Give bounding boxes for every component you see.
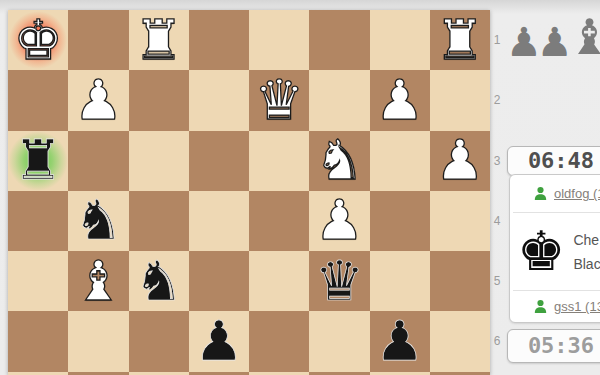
white-pawn[interactable]: ♟ xyxy=(435,133,484,188)
captured-pieces-tray: ♟♟♝♜ xyxy=(506,4,600,62)
square-e3[interactable] xyxy=(189,131,249,191)
square-g7[interactable] xyxy=(68,372,128,375)
rank-label-4: 4 xyxy=(490,214,504,228)
square-f4[interactable] xyxy=(129,191,189,251)
chess-board[interactable]: ♚♜♜♟♛♟♜♞♟♞♟♝♞♛♟♟ xyxy=(8,10,490,375)
square-g5[interactable]: ♝ xyxy=(68,251,128,311)
status-line-2: Blac xyxy=(573,252,600,276)
black-queen[interactable]: ♛ xyxy=(315,254,364,309)
clock-self-time: 05:36 xyxy=(528,333,594,358)
rank-label-2: 2 xyxy=(490,93,504,107)
white-knight[interactable]: ♞ xyxy=(315,133,364,188)
square-d3[interactable] xyxy=(249,131,309,191)
rank-label-6: 6 xyxy=(490,334,504,348)
black-knight[interactable]: ♞ xyxy=(74,193,123,248)
square-d7[interactable] xyxy=(249,372,309,375)
square-g4[interactable]: ♞ xyxy=(68,191,128,251)
player-row-self[interactable]: gss1 (13 xyxy=(510,291,600,322)
square-a1[interactable]: ♜ xyxy=(430,10,490,70)
white-pawn[interactable]: ♟ xyxy=(315,193,364,248)
square-e5[interactable] xyxy=(189,251,249,311)
square-d2[interactable]: ♛ xyxy=(249,70,309,130)
square-h5[interactable] xyxy=(8,251,68,311)
black-king-icon: ♚ xyxy=(517,225,565,279)
square-e4[interactable] xyxy=(189,191,249,251)
square-d6[interactable] xyxy=(249,311,309,371)
square-f7[interactable] xyxy=(129,372,189,375)
square-h4[interactable] xyxy=(8,191,68,251)
captured-bishop: ♝ xyxy=(568,13,600,62)
square-b7[interactable] xyxy=(370,372,430,375)
white-king[interactable]: ♚ xyxy=(13,13,62,68)
square-h3[interactable]: ♜ xyxy=(8,131,68,191)
square-e6[interactable]: ♟ xyxy=(189,311,249,371)
black-rook[interactable]: ♜ xyxy=(13,133,62,188)
clock-self: 05:36 xyxy=(507,329,600,363)
square-f1[interactable]: ♜ xyxy=(129,10,189,70)
rank-label-3: 3 xyxy=(490,154,504,168)
players-panel: oldfog (1 ♚ Che Blac gss1 (13 xyxy=(509,174,600,323)
square-c4[interactable]: ♟ xyxy=(309,191,369,251)
status-line-1: Che xyxy=(573,228,600,252)
square-f3[interactable] xyxy=(129,131,189,191)
self-name-link[interactable]: gss1 (13 xyxy=(554,299,600,314)
square-b4[interactable] xyxy=(370,191,430,251)
square-g1[interactable] xyxy=(68,10,128,70)
square-h6[interactable] xyxy=(8,311,68,371)
square-b6[interactable]: ♟ xyxy=(370,311,430,371)
square-a4[interactable] xyxy=(430,191,490,251)
square-c6[interactable] xyxy=(309,311,369,371)
square-e1[interactable] xyxy=(189,10,249,70)
square-a7[interactable] xyxy=(430,372,490,375)
black-knight[interactable]: ♞ xyxy=(134,254,183,309)
square-f5[interactable]: ♞ xyxy=(129,251,189,311)
square-b3[interactable] xyxy=(370,131,430,191)
white-rook[interactable]: ♜ xyxy=(134,13,183,68)
square-d1[interactable] xyxy=(249,10,309,70)
square-a2[interactable] xyxy=(430,70,490,130)
opponent-name-link[interactable]: oldfog (1 xyxy=(554,186,600,201)
game-status: ♚ Che Blac xyxy=(517,212,600,292)
square-b2[interactable]: ♟ xyxy=(370,70,430,130)
square-h1[interactable]: ♚ xyxy=(8,10,68,70)
square-e7[interactable] xyxy=(189,372,249,375)
square-g3[interactable] xyxy=(68,131,128,191)
white-queen[interactable]: ♛ xyxy=(254,73,303,128)
white-pawn[interactable]: ♟ xyxy=(74,73,123,128)
person-icon xyxy=(533,299,548,314)
square-d5[interactable] xyxy=(249,251,309,311)
square-c3[interactable]: ♞ xyxy=(309,131,369,191)
white-pawn[interactable]: ♟ xyxy=(375,73,424,128)
person-icon xyxy=(533,186,548,201)
rank-label-1: 1 xyxy=(490,33,504,47)
square-c1[interactable] xyxy=(309,10,369,70)
black-pawn[interactable]: ♟ xyxy=(194,314,243,369)
square-b1[interactable] xyxy=(370,10,430,70)
square-h7[interactable] xyxy=(8,372,68,375)
square-c5[interactable]: ♛ xyxy=(309,251,369,311)
square-e2[interactable] xyxy=(189,70,249,130)
white-rook[interactable]: ♜ xyxy=(435,13,484,68)
clock-opponent-time: 06:48 xyxy=(528,148,594,173)
square-a5[interactable] xyxy=(430,251,490,311)
player-row-opponent[interactable]: oldfog (1 xyxy=(510,175,600,212)
square-a3[interactable]: ♟ xyxy=(430,131,490,191)
square-c7[interactable] xyxy=(309,372,369,375)
clock-opponent: 06:48 xyxy=(507,146,600,176)
white-bishop[interactable]: ♝ xyxy=(74,254,123,309)
black-pawn[interactable]: ♟ xyxy=(375,314,424,369)
square-f2[interactable] xyxy=(129,70,189,130)
square-d4[interactable] xyxy=(249,191,309,251)
square-f6[interactable] xyxy=(129,311,189,371)
square-g6[interactable] xyxy=(68,311,128,371)
rank-label-5: 5 xyxy=(490,274,504,288)
square-g2[interactable]: ♟ xyxy=(68,70,128,130)
square-c2[interactable] xyxy=(309,70,369,130)
square-h2[interactable] xyxy=(8,70,68,130)
square-b5[interactable] xyxy=(370,251,430,311)
square-a6[interactable] xyxy=(430,311,490,371)
